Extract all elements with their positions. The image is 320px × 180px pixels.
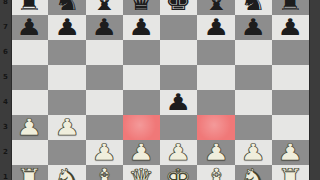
square-g5[interactable] xyxy=(235,65,272,90)
square-d3[interactable] xyxy=(123,115,160,140)
black-rook-h8[interactable]: ♜ xyxy=(277,0,303,14)
square-c8[interactable]: ♝ xyxy=(86,0,123,15)
square-b5[interactable] xyxy=(48,65,85,90)
square-f4[interactable] xyxy=(197,90,234,115)
white-bishop-c1[interactable]: ♝ xyxy=(91,166,117,180)
square-f3[interactable] xyxy=(197,115,234,140)
square-b7[interactable]: ♟ xyxy=(48,15,85,40)
square-h3[interactable] xyxy=(272,115,309,140)
square-h8[interactable]: ♜ xyxy=(272,0,309,15)
white-pawn-h2[interactable]: ♟ xyxy=(277,141,303,164)
square-e1[interactable]: ♚ xyxy=(160,165,197,180)
square-g4[interactable] xyxy=(235,90,272,115)
square-a8[interactable]: ♜ xyxy=(11,0,48,15)
square-b2[interactable] xyxy=(48,140,85,165)
square-a4[interactable] xyxy=(11,90,48,115)
square-c4[interactable] xyxy=(86,90,123,115)
white-knight-g1[interactable]: ♞ xyxy=(240,166,266,180)
square-g8[interactable]: ♞ xyxy=(235,0,272,15)
square-b4[interactable] xyxy=(48,90,85,115)
black-bishop-f8[interactable]: ♝ xyxy=(203,0,229,14)
rank-label-8: 8 xyxy=(0,0,11,6)
white-queen-d1[interactable]: ♛ xyxy=(128,166,154,180)
black-queen-d8[interactable]: ♛ xyxy=(128,0,154,14)
square-f2[interactable]: ♟ xyxy=(197,140,234,165)
rank-label-3: 3 xyxy=(0,124,11,131)
square-b8[interactable]: ♞ xyxy=(48,0,85,15)
black-pawn-e4[interactable]: ♟ xyxy=(165,91,191,114)
black-pawn-f7[interactable]: ♟ xyxy=(203,16,229,39)
square-a5[interactable] xyxy=(11,65,48,90)
square-a1[interactable]: ♜ xyxy=(11,165,48,180)
square-h4[interactable] xyxy=(272,90,309,115)
black-knight-g8[interactable]: ♞ xyxy=(240,0,266,14)
black-pawn-d7[interactable]: ♟ xyxy=(128,16,154,39)
rank-label-4: 4 xyxy=(0,99,11,106)
rank-label-1: 1 xyxy=(0,174,11,180)
white-pawn-e2[interactable]: ♟ xyxy=(165,141,191,164)
square-d7[interactable]: ♟ xyxy=(123,15,160,40)
square-a6[interactable] xyxy=(11,40,48,65)
white-knight-b1[interactable]: ♞ xyxy=(54,166,80,180)
square-g3[interactable] xyxy=(235,115,272,140)
chessboard-viewport: ♜♞♝♛♚♝♞♜♟♟♟♟♟♟♟♟♟♟♟♟♟♟♟♟♜♞♝♛♚♝♞♜ 8765432… xyxy=(0,0,320,180)
black-pawn-b7[interactable]: ♟ xyxy=(54,16,80,39)
black-knight-b8[interactable]: ♞ xyxy=(54,0,80,14)
square-f7[interactable]: ♟ xyxy=(197,15,234,40)
white-pawn-a3[interactable]: ♟ xyxy=(16,116,42,139)
square-b3[interactable]: ♟ xyxy=(48,115,85,140)
white-bishop-f1[interactable]: ♝ xyxy=(203,166,229,180)
white-rook-h1[interactable]: ♜ xyxy=(277,166,303,180)
square-f6[interactable] xyxy=(197,40,234,65)
white-pawn-b3[interactable]: ♟ xyxy=(54,116,80,139)
black-pawn-h7[interactable]: ♟ xyxy=(277,16,303,39)
square-g1[interactable]: ♞ xyxy=(235,165,272,180)
black-rook-a8[interactable]: ♜ xyxy=(16,0,42,14)
square-h1[interactable]: ♜ xyxy=(272,165,309,180)
white-pawn-c2[interactable]: ♟ xyxy=(91,141,117,164)
square-h6[interactable] xyxy=(272,40,309,65)
square-c7[interactable]: ♟ xyxy=(86,15,123,40)
square-e8[interactable]: ♚ xyxy=(160,0,197,15)
black-pawn-a7[interactable]: ♟ xyxy=(16,16,42,39)
square-d5[interactable] xyxy=(123,65,160,90)
black-bishop-c8[interactable]: ♝ xyxy=(91,0,117,14)
square-e5[interactable] xyxy=(160,65,197,90)
black-king-e8[interactable]: ♚ xyxy=(165,0,191,14)
square-e4[interactable]: ♟ xyxy=(160,90,197,115)
square-f8[interactable]: ♝ xyxy=(197,0,234,15)
square-g6[interactable] xyxy=(235,40,272,65)
square-c1[interactable]: ♝ xyxy=(86,165,123,180)
square-d2[interactable]: ♟ xyxy=(123,140,160,165)
right-frame-strip xyxy=(309,0,320,180)
square-c6[interactable] xyxy=(86,40,123,65)
square-e2[interactable]: ♟ xyxy=(160,140,197,165)
white-rook-a1[interactable]: ♜ xyxy=(16,166,42,180)
square-e6[interactable] xyxy=(160,40,197,65)
rank-label-2: 2 xyxy=(0,149,11,156)
square-h7[interactable]: ♟ xyxy=(272,15,309,40)
white-pawn-g2[interactable]: ♟ xyxy=(240,141,266,164)
square-a2[interactable] xyxy=(11,140,48,165)
square-g2[interactable]: ♟ xyxy=(235,140,272,165)
square-f1[interactable]: ♝ xyxy=(197,165,234,180)
chess-board: ♜♞♝♛♚♝♞♜♟♟♟♟♟♟♟♟♟♟♟♟♟♟♟♟♜♞♝♛♚♝♞♜ xyxy=(11,0,309,180)
square-f5[interactable] xyxy=(197,65,234,90)
square-b6[interactable] xyxy=(48,40,85,65)
square-e3[interactable] xyxy=(160,115,197,140)
square-d8[interactable]: ♛ xyxy=(123,0,160,15)
square-c5[interactable] xyxy=(86,65,123,90)
rank-label-strip: 87654321 xyxy=(0,0,12,180)
rank-label-6: 6 xyxy=(0,49,11,56)
square-e7[interactable] xyxy=(160,15,197,40)
square-g7[interactable]: ♟ xyxy=(235,15,272,40)
rank-label-5: 5 xyxy=(0,74,11,81)
rank-label-7: 7 xyxy=(0,24,11,31)
square-a3[interactable]: ♟ xyxy=(11,115,48,140)
square-d6[interactable] xyxy=(123,40,160,65)
square-a7[interactable]: ♟ xyxy=(11,15,48,40)
black-pawn-c7[interactable]: ♟ xyxy=(91,16,117,39)
square-b1[interactable]: ♞ xyxy=(48,165,85,180)
square-c3[interactable] xyxy=(86,115,123,140)
square-c2[interactable]: ♟ xyxy=(86,140,123,165)
square-d4[interactable] xyxy=(123,90,160,115)
square-d1[interactable]: ♛ xyxy=(123,165,160,180)
black-pawn-g7[interactable]: ♟ xyxy=(240,16,266,39)
white-pawn-d2[interactable]: ♟ xyxy=(128,141,154,164)
white-king-e1[interactable]: ♚ xyxy=(165,166,191,180)
square-h5[interactable] xyxy=(272,65,309,90)
white-pawn-f2[interactable]: ♟ xyxy=(203,141,229,164)
square-h2[interactable]: ♟ xyxy=(272,140,309,165)
